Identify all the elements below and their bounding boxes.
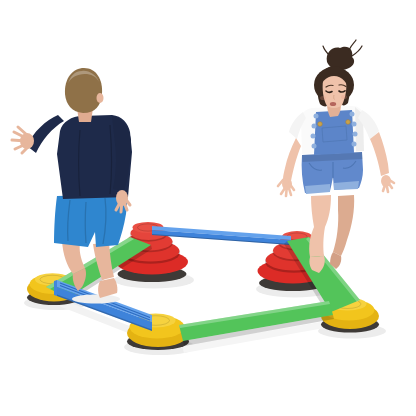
girl-back-leg <box>333 195 354 256</box>
ruffle <box>314 114 319 119</box>
bib-button-right <box>346 120 351 125</box>
beam-end-cap <box>54 280 57 296</box>
ruffle <box>352 142 357 147</box>
girl-blush-right <box>341 95 347 99</box>
bib-button-left <box>318 122 323 127</box>
boy-ear <box>97 93 104 103</box>
girl-blush-left <box>320 96 326 100</box>
ruffle <box>312 144 317 149</box>
ruffle <box>352 122 357 127</box>
overall-bib <box>314 110 354 155</box>
ruffle <box>312 124 317 129</box>
boy-hair <box>65 68 102 113</box>
ruffle <box>311 134 316 139</box>
boy-feet-shadow <box>72 295 120 304</box>
girl-front-leg <box>309 195 331 257</box>
ruffle <box>350 112 355 117</box>
boy-right-foot <box>98 278 117 298</box>
product-photo-canvas <box>0 0 416 416</box>
girl-right-arm <box>283 138 301 181</box>
boy-left-fingers <box>12 127 28 153</box>
girl-left-arm <box>370 132 389 176</box>
balance-course-photo <box>0 0 416 416</box>
ruffle <box>353 132 358 137</box>
girl-mouth <box>330 102 336 106</box>
